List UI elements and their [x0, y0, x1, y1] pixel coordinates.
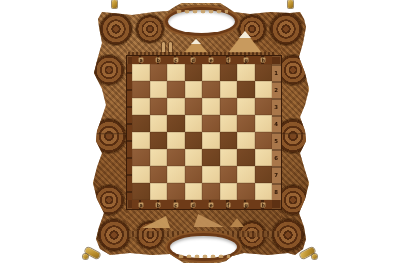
square-h8[interactable]	[255, 183, 273, 200]
square-b6[interactable]	[150, 149, 168, 166]
file-label: c	[174, 202, 178, 207]
square-g6[interactable]	[237, 149, 255, 166]
square-d1[interactable]	[185, 64, 203, 81]
square-f1[interactable]	[220, 64, 238, 81]
file-label-cell: g	[237, 200, 255, 209]
file-label: b	[156, 202, 161, 207]
square-g7[interactable]	[237, 166, 255, 183]
file-label: a	[138, 58, 143, 63]
cypress-tree-carving	[162, 42, 165, 52]
brass-latch-knob	[83, 254, 88, 259]
square-e1[interactable]	[202, 64, 220, 81]
square-e4[interactable]	[202, 115, 220, 132]
square-a2[interactable]	[132, 81, 150, 98]
snow-cap-carving	[239, 31, 251, 38]
knotwork-rosette	[92, 119, 126, 153]
file-label-cell: f	[220, 200, 238, 209]
square-b2[interactable]	[150, 81, 168, 98]
product-photo-stage: abcdefgh abcdefgh 12345678	[0, 0, 400, 267]
square-f2[interactable]	[220, 81, 238, 98]
square-f3[interactable]	[220, 98, 238, 115]
leaf-carving	[230, 218, 244, 227]
square-g3[interactable]	[237, 98, 255, 115]
square-a8[interactable]	[132, 183, 150, 200]
square-f6[interactable]	[220, 149, 238, 166]
rank-label-cell: 8	[272, 183, 281, 200]
file-label: g	[243, 58, 248, 63]
square-h2[interactable]	[255, 81, 273, 98]
square-d8[interactable]	[185, 183, 203, 200]
brass-hinge-pin	[112, 0, 117, 8]
sunray-carving	[190, 214, 224, 227]
square-g1[interactable]	[237, 64, 255, 81]
square-f4[interactable]	[220, 115, 238, 132]
file-label-cell: g	[237, 56, 255, 64]
file-label-cell: d	[185, 56, 203, 64]
rank-label-cell: 5	[272, 132, 281, 149]
knotwork-rosette	[136, 15, 164, 43]
square-g4[interactable]	[237, 115, 255, 132]
file-label-cell: c	[167, 56, 185, 64]
square-b3[interactable]	[150, 98, 168, 115]
file-label-cell: h	[255, 200, 273, 209]
rank-label: 7	[275, 172, 279, 177]
square-g5[interactable]	[237, 132, 255, 149]
sunray-carving	[142, 216, 174, 228]
square-e8[interactable]	[202, 183, 220, 200]
knotwork-rosette	[94, 185, 124, 215]
rank-label-cell: 2	[272, 81, 281, 98]
square-h7[interactable]	[255, 166, 273, 183]
square-f5[interactable]	[220, 132, 238, 149]
file-label: b	[156, 58, 161, 63]
square-g8[interactable]	[237, 183, 255, 200]
square-a1[interactable]	[132, 64, 150, 81]
square-b7[interactable]	[150, 166, 168, 183]
rank-label: 8	[275, 189, 279, 194]
square-c8[interactable]	[167, 183, 185, 200]
file-label: g	[243, 202, 248, 207]
file-label: c	[174, 58, 178, 63]
file-label-cell: b	[150, 56, 168, 64]
rank-label: 6	[275, 155, 279, 160]
grip-scallops	[175, 10, 229, 15]
file-label: e	[208, 202, 213, 207]
square-c4[interactable]	[167, 115, 185, 132]
square-b4[interactable]	[150, 115, 168, 132]
top-handle-cutout	[168, 10, 235, 33]
file-label-cell: e	[202, 56, 220, 64]
file-labels-bottom: abcdefgh	[132, 200, 272, 209]
brass-hinge-pin	[288, 0, 293, 8]
file-label-cell: a	[132, 56, 150, 64]
rank-label-cell: 4	[272, 115, 281, 132]
square-e6[interactable]	[202, 149, 220, 166]
square-h4[interactable]	[255, 115, 273, 132]
square-e5[interactable]	[202, 132, 220, 149]
square-a4[interactable]	[132, 115, 150, 132]
square-a6[interactable]	[132, 149, 150, 166]
square-c3[interactable]	[167, 98, 185, 115]
square-h6[interactable]	[255, 149, 273, 166]
square-c6[interactable]	[167, 149, 185, 166]
file-labels-top: abcdefgh	[132, 56, 272, 64]
square-c5[interactable]	[167, 132, 185, 149]
square-d7[interactable]	[185, 166, 203, 183]
square-d2[interactable]	[185, 81, 203, 98]
square-h3[interactable]	[255, 98, 273, 115]
square-e7[interactable]	[202, 166, 220, 183]
rank-label-cell: 6	[272, 149, 281, 166]
grip-scallops	[177, 253, 231, 258]
board-grid	[132, 64, 272, 200]
file-label: e	[208, 58, 213, 63]
square-b1[interactable]	[150, 64, 168, 81]
knotwork-rosette	[270, 13, 302, 45]
file-label: a	[138, 202, 143, 207]
square-b5[interactable]	[150, 132, 168, 149]
file-label-cell: e	[202, 200, 220, 209]
file-label-cell: b	[150, 200, 168, 209]
square-f8[interactable]	[220, 183, 238, 200]
knotwork-rosette	[94, 55, 124, 85]
square-a5[interactable]	[132, 132, 150, 149]
snow-cap-carving	[191, 39, 201, 44]
file-label-cell: f	[220, 56, 238, 64]
knotwork-rosette	[100, 13, 132, 45]
square-d6[interactable]	[185, 149, 203, 166]
rank-label: 1	[275, 70, 279, 75]
square-d3[interactable]	[185, 98, 203, 115]
rank-label-cell: 1	[272, 64, 281, 81]
file-label: h	[261, 202, 266, 207]
rank-labels-right: 12345678	[272, 64, 281, 200]
square-h5[interactable]	[255, 132, 273, 149]
square-e2[interactable]	[202, 81, 220, 98]
file-label: d	[191, 58, 196, 63]
rank-label: 4	[275, 121, 279, 126]
square-d5[interactable]	[185, 132, 203, 149]
square-e3[interactable]	[202, 98, 220, 115]
square-g2[interactable]	[237, 81, 255, 98]
file-label: f	[226, 202, 230, 207]
square-c7[interactable]	[167, 166, 185, 183]
square-c2[interactable]	[167, 81, 185, 98]
square-f7[interactable]	[220, 166, 238, 183]
file-label: f	[226, 58, 230, 63]
square-b8[interactable]	[150, 183, 168, 200]
brass-latch-knob	[312, 254, 317, 259]
file-label: h	[261, 58, 266, 63]
rank-label: 5	[275, 138, 279, 143]
file-label-cell: c	[167, 200, 185, 209]
bottom-handle-cutout	[170, 236, 237, 258]
rank-label: 3	[275, 104, 279, 109]
file-label-cell: d	[185, 200, 203, 209]
square-a3[interactable]	[132, 98, 150, 115]
square-d4[interactable]	[185, 115, 203, 132]
square-a7[interactable]	[132, 166, 150, 183]
file-label-cell: h	[255, 56, 273, 64]
square-h1[interactable]	[255, 64, 273, 81]
knotwork-rosette	[278, 55, 308, 85]
square-c1[interactable]	[167, 64, 185, 81]
cypress-tree-carving	[169, 42, 172, 52]
rank-label: 2	[275, 87, 279, 92]
knotwork-rosette	[276, 119, 310, 153]
rank-label-cell: 7	[272, 166, 281, 183]
chessboard-panel: abcdefgh abcdefgh 12345678	[127, 56, 281, 209]
file-label-cell: a	[132, 200, 150, 209]
knotwork-rosette	[278, 185, 308, 215]
carved-wooden-case: abcdefgh abcdefgh 12345678	[92, 3, 310, 263]
rank-label-cell: 3	[272, 98, 281, 115]
file-label: d	[191, 202, 196, 207]
